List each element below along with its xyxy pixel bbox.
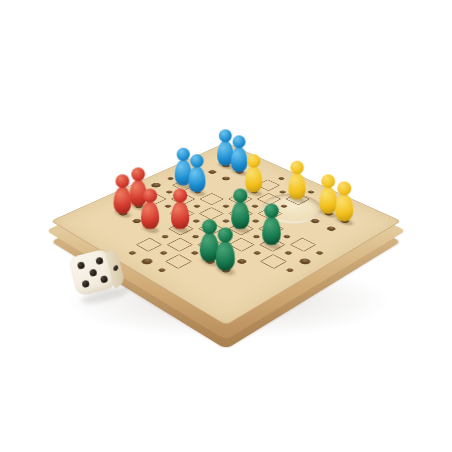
die-pip: [88, 268, 96, 276]
pawn-body: [188, 167, 205, 193]
pawn-head: [337, 181, 351, 195]
die-side-pip: [112, 265, 118, 272]
pawn-head: [233, 135, 246, 148]
pawn-body: [171, 202, 189, 229]
pawn-head: [264, 204, 279, 219]
pawn-body: [335, 194, 353, 221]
die-pip: [100, 275, 108, 283]
green-pawn-figure: [262, 204, 281, 246]
pawn-body: [141, 202, 159, 229]
pawn-body: [216, 242, 235, 271]
die-pip: [95, 256, 103, 264]
pawn-head: [321, 174, 335, 188]
pawn-body: [262, 217, 281, 245]
pawn-head: [218, 227, 233, 242]
green-pawn-figure: [216, 227, 235, 270]
pawn-head: [143, 189, 157, 203]
product-photo-scene: [0, 0, 452, 452]
cell-8-4: [150, 229, 180, 245]
pawn-head: [116, 174, 130, 188]
pawn-body: [231, 202, 249, 229]
yellow-pawn-figure: [335, 181, 353, 221]
die-pip: [77, 261, 85, 269]
pawn-head: [290, 161, 304, 175]
perspective-space: [0, 0, 452, 452]
pawn-head: [247, 154, 260, 167]
pawn-head: [190, 154, 203, 167]
cell-10-1: [76, 221, 106, 237]
red-pawn-figure: [141, 189, 159, 230]
green-pawn-figure: [231, 189, 249, 230]
pawn-head: [173, 189, 187, 203]
pawn-head: [131, 167, 145, 181]
red-pawn-figure: [171, 189, 189, 230]
red-pawn-figure: [114, 174, 132, 214]
pawn-head: [233, 189, 247, 203]
pawn-body: [114, 187, 132, 214]
die-pip: [81, 280, 89, 288]
